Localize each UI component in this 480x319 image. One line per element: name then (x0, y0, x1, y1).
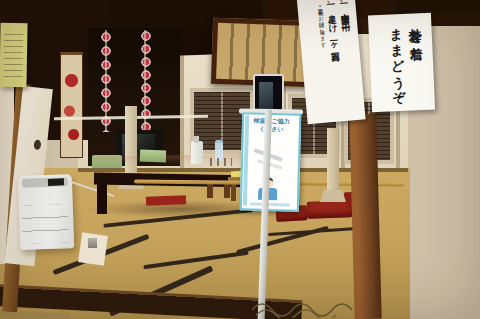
roof-eave (396, 0, 480, 13)
door-metal-fitting (88, 238, 97, 248)
right-pillar (349, 114, 381, 319)
barrier-pole-right (327, 128, 339, 194)
barrier-pole-right-base (320, 190, 346, 202)
purifier-grill (22, 204, 69, 244)
offering-stand-leg (207, 184, 213, 198)
offering-stand-leg (224, 184, 230, 198)
wall-notice (0, 23, 28, 87)
sanitizer-pump (194, 136, 199, 143)
bench-leg (231, 184, 236, 201)
red-cloth (146, 195, 186, 205)
table-leg (97, 184, 107, 214)
hanging-scroll (60, 52, 83, 158)
coat-notice-column: ままどうぞ (386, 19, 408, 107)
floor-cable (250, 290, 380, 318)
price-notice-sign: 一、家内安全 二千円 一、星よけ 一ヶ三百円 ＊一月下旬にお届け致します (296, 0, 365, 124)
coat-notice-column: 外套を着た (405, 18, 427, 106)
tissue-box (140, 150, 166, 163)
coat-notice-sign: 外套を着た ままどうぞ (368, 13, 435, 113)
hanging-ornament-strand (137, 30, 156, 136)
wall-notice-text-lines (4, 29, 24, 81)
sanitizer-bottle (191, 141, 203, 164)
purifier-display (48, 178, 64, 186)
door-frame-strip (180, 40, 184, 175)
banner-footer-stripe (250, 202, 290, 206)
air-purifier (18, 174, 75, 250)
tatami-room-photo: 外套を着た ままどうぞ 一、家内安全 二千円 一、星よけ 一ヶ三百円 ＊一月下旬… (0, 0, 480, 319)
door-pull-handle (33, 139, 41, 150)
